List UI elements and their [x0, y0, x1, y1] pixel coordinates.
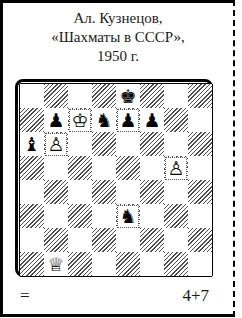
square-b3	[44, 204, 68, 228]
square-c5	[68, 156, 92, 180]
square-h3	[188, 204, 212, 228]
square-g6	[164, 132, 188, 156]
piece-count: 4+7	[182, 286, 209, 306]
square-f4	[140, 180, 164, 204]
square-d2	[92, 228, 116, 252]
piece-black-pawn: ♟	[117, 109, 139, 132]
square-a1	[20, 252, 44, 276]
square-e5	[116, 156, 140, 180]
square-h6	[188, 132, 212, 156]
square-b1: ♕	[44, 252, 68, 276]
square-f5	[140, 156, 164, 180]
square-d7: ♞	[92, 108, 116, 132]
square-f3	[140, 204, 164, 228]
square-c3	[68, 204, 92, 228]
square-a6: ♝	[20, 132, 44, 156]
square-f8	[140, 84, 164, 108]
square-h1	[188, 252, 212, 276]
square-c7: ♔	[68, 108, 92, 132]
square-d5	[92, 156, 116, 180]
square-b7: ♟	[44, 108, 68, 132]
square-b8	[44, 84, 68, 108]
square-b2	[44, 228, 68, 252]
square-c1	[68, 252, 92, 276]
square-d4	[92, 180, 116, 204]
square-e2	[116, 228, 140, 252]
square-b4	[44, 180, 68, 204]
square-f2	[140, 228, 164, 252]
piece-black-bishop: ♝	[22, 134, 42, 155]
square-e6	[116, 132, 140, 156]
square-d8	[92, 84, 116, 108]
piece-black-king: ♚	[118, 86, 138, 107]
square-a8	[20, 84, 44, 108]
source-line: «Шахматы в СССР»,	[3, 28, 233, 47]
chess-board-frame: ♚♟♔♞♟♟♝♙♙♞♕	[15, 79, 213, 277]
square-h4	[188, 180, 212, 204]
square-d3	[92, 204, 116, 228]
square-b6: ♙	[44, 132, 68, 156]
square-h8	[188, 84, 212, 108]
square-c2	[68, 228, 92, 252]
square-d1	[92, 252, 116, 276]
piece-white-pawn: ♙	[45, 133, 67, 156]
square-a2	[20, 228, 44, 252]
square-f1	[140, 252, 164, 276]
chess-board-inner-frame: ♚♟♔♞♟♟♝♙♙♞♕	[19, 83, 213, 277]
square-c6	[68, 132, 92, 156]
square-g1	[164, 252, 188, 276]
square-g5: ♙	[164, 156, 188, 180]
square-h2	[188, 228, 212, 252]
square-g4	[164, 180, 188, 204]
square-a3	[20, 204, 44, 228]
square-h5	[188, 156, 212, 180]
piece-white-king: ♔	[69, 109, 91, 132]
square-c4	[68, 180, 92, 204]
square-g2	[164, 228, 188, 252]
square-d6	[92, 132, 116, 156]
diagram-page-cell: Ал. Кузнецов, «Шахматы в СССР», 1950 г. …	[0, 0, 235, 317]
square-b5	[44, 156, 68, 180]
square-f6	[140, 132, 164, 156]
square-a7	[20, 108, 44, 132]
square-a4	[20, 180, 44, 204]
square-g3	[164, 204, 188, 228]
chess-board: ♚♟♔♞♟♟♝♙♙♞♕	[20, 84, 212, 276]
diagram-footer: = 4+7	[3, 277, 233, 306]
diagram-caption: Ал. Кузнецов, «Шахматы в СССР», 1950 г.	[3, 3, 233, 66]
square-f7: ♟	[140, 108, 164, 132]
stipulation-draw-symbol: =	[20, 286, 30, 306]
piece-white-queen: ♕	[46, 254, 66, 275]
piece-black-knight: ♞	[94, 110, 114, 131]
square-e4	[116, 180, 140, 204]
piece-white-pawn: ♙	[165, 157, 187, 180]
square-e8: ♚	[116, 84, 140, 108]
square-g7	[164, 108, 188, 132]
piece-black-knight: ♞	[117, 205, 139, 228]
square-e3: ♞	[116, 204, 140, 228]
square-e1	[116, 252, 140, 276]
piece-black-pawn: ♟	[142, 110, 162, 131]
square-e7: ♟	[116, 108, 140, 132]
piece-black-pawn: ♟	[46, 110, 66, 131]
year-line: 1950 г.	[3, 47, 233, 66]
author-line: Ал. Кузнецов,	[3, 9, 233, 28]
square-c8	[68, 84, 92, 108]
square-g8	[164, 84, 188, 108]
square-a5	[20, 156, 44, 180]
square-h7	[188, 108, 212, 132]
